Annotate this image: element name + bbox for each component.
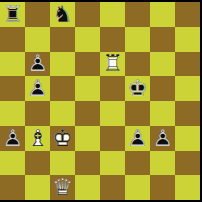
- square-e6[interactable]: ♜♖: [100, 52, 125, 77]
- square-h6[interactable]: [175, 52, 200, 77]
- square-b6[interactable]: ♟♙: [25, 52, 50, 77]
- square-g8[interactable]: [150, 2, 175, 27]
- square-b1[interactable]: [25, 175, 50, 200]
- square-c2[interactable]: [50, 151, 75, 176]
- square-g6[interactable]: [150, 52, 175, 77]
- black-pawn-piece[interactable]: ♟♙: [25, 52, 50, 77]
- square-a3[interactable]: ♟♙: [0, 126, 25, 151]
- square-g3[interactable]: ♟♙: [150, 126, 175, 151]
- black-rook-piece[interactable]: ♜♖: [0, 2, 25, 27]
- square-b3[interactable]: ♝♗: [25, 126, 50, 151]
- square-f5[interactable]: ♚♔: [125, 76, 150, 101]
- square-h4[interactable]: [175, 101, 200, 126]
- square-e8[interactable]: [100, 2, 125, 27]
- square-c8[interactable]: ♞♘: [50, 2, 75, 27]
- square-g1[interactable]: [150, 175, 175, 200]
- square-h3[interactable]: [175, 126, 200, 151]
- white-queen-glyph-fill: ♛: [50, 175, 75, 200]
- white-bishop-glyph-outline: ♗: [25, 126, 50, 151]
- square-a6[interactable]: [0, 52, 25, 77]
- square-d5[interactable]: [75, 76, 100, 101]
- square-d7[interactable]: [75, 27, 100, 52]
- square-d3[interactable]: [75, 126, 100, 151]
- square-a1[interactable]: [0, 175, 25, 200]
- square-a2[interactable]: [0, 151, 25, 176]
- black-pawn-piece[interactable]: ♟♙: [150, 126, 175, 151]
- square-g4[interactable]: [150, 101, 175, 126]
- square-g2[interactable]: [150, 151, 175, 176]
- square-a8[interactable]: ♜♖: [0, 2, 25, 27]
- black-pawn-glyph-fill: ♟: [125, 126, 150, 151]
- white-rook-glyph-outline: ♖: [100, 52, 125, 77]
- black-king-piece[interactable]: ♚♔: [125, 76, 150, 101]
- white-bishop-glyph-fill: ♝: [25, 126, 50, 151]
- black-knight-glyph-outline: ♘: [50, 2, 75, 27]
- square-f1[interactable]: [125, 175, 150, 200]
- square-g7[interactable]: [150, 27, 175, 52]
- black-pawn-piece[interactable]: ♟♙: [0, 126, 25, 151]
- square-d4[interactable]: [75, 101, 100, 126]
- black-pawn-glyph-outline: ♙: [0, 126, 25, 151]
- square-h2[interactable]: [175, 151, 200, 176]
- square-b8[interactable]: [25, 2, 50, 27]
- black-pawn-piece[interactable]: ♟♙: [25, 76, 50, 101]
- square-e5[interactable]: [100, 76, 125, 101]
- white-king-glyph-outline: ♔: [50, 126, 75, 151]
- square-b5[interactable]: ♟♙: [25, 76, 50, 101]
- black-king-glyph-outline: ♔: [125, 76, 150, 101]
- white-rook-glyph-fill: ♜: [100, 52, 125, 77]
- square-b7[interactable]: [25, 27, 50, 52]
- square-a4[interactable]: [0, 101, 25, 126]
- black-rook-glyph-outline: ♖: [0, 2, 25, 27]
- square-d1[interactable]: [75, 175, 100, 200]
- square-e3[interactable]: [100, 126, 125, 151]
- square-h1[interactable]: [175, 175, 200, 200]
- square-c6[interactable]: [50, 52, 75, 77]
- square-f3[interactable]: ♟♙: [125, 126, 150, 151]
- square-c1[interactable]: ♛♕: [50, 175, 75, 200]
- square-a5[interactable]: [0, 76, 25, 101]
- black-pawn-glyph-fill: ♟: [0, 126, 25, 151]
- white-bishop-piece[interactable]: ♝♗: [25, 126, 50, 151]
- square-g5[interactable]: [150, 76, 175, 101]
- black-king-glyph-fill: ♚: [125, 76, 150, 101]
- black-rook-glyph-fill: ♜: [0, 2, 25, 27]
- white-king-piece[interactable]: ♚♔: [50, 126, 75, 151]
- white-rook-piece[interactable]: ♜♖: [100, 52, 125, 77]
- square-c5[interactable]: [50, 76, 75, 101]
- square-a7[interactable]: [0, 27, 25, 52]
- square-c7[interactable]: [50, 27, 75, 52]
- square-f2[interactable]: [125, 151, 150, 176]
- square-b4[interactable]: [25, 101, 50, 126]
- white-queen-piece[interactable]: ♛♕: [50, 175, 75, 200]
- black-pawn-piece[interactable]: ♟♙: [125, 126, 150, 151]
- square-c4[interactable]: [50, 101, 75, 126]
- chess-board-frame: ♜♖♞♘♟♙♜♖♟♙♚♔♟♙♝♗♚♔♟♙♟♙♛♕: [0, 0, 202, 202]
- square-h5[interactable]: [175, 76, 200, 101]
- black-pawn-glyph-fill: ♟: [150, 126, 175, 151]
- square-e1[interactable]: [100, 175, 125, 200]
- black-pawn-glyph-fill: ♟: [25, 52, 50, 77]
- black-knight-glyph-fill: ♞: [50, 2, 75, 27]
- square-f7[interactable]: [125, 27, 150, 52]
- white-queen-glyph-outline: ♕: [50, 175, 75, 200]
- black-pawn-glyph-outline: ♙: [125, 126, 150, 151]
- square-e4[interactable]: [100, 101, 125, 126]
- square-f4[interactable]: [125, 101, 150, 126]
- square-e7[interactable]: [100, 27, 125, 52]
- square-b2[interactable]: [25, 151, 50, 176]
- square-d2[interactable]: [75, 151, 100, 176]
- black-pawn-glyph-outline: ♙: [25, 76, 50, 101]
- square-e2[interactable]: [100, 151, 125, 176]
- square-h7[interactable]: [175, 27, 200, 52]
- square-f6[interactable]: [125, 52, 150, 77]
- square-h8[interactable]: [175, 2, 200, 27]
- black-pawn-glyph-fill: ♟: [25, 76, 50, 101]
- square-f8[interactable]: [125, 2, 150, 27]
- square-c3[interactable]: ♚♔: [50, 126, 75, 151]
- chess-board: ♜♖♞♘♟♙♜♖♟♙♚♔♟♙♝♗♚♔♟♙♟♙♛♕: [0, 2, 200, 200]
- black-knight-piece[interactable]: ♞♘: [50, 2, 75, 27]
- black-pawn-glyph-outline: ♙: [25, 52, 50, 77]
- white-king-glyph-fill: ♚: [50, 126, 75, 151]
- square-d6[interactable]: [75, 52, 100, 77]
- square-d8[interactable]: [75, 2, 100, 27]
- black-pawn-glyph-outline: ♙: [150, 126, 175, 151]
